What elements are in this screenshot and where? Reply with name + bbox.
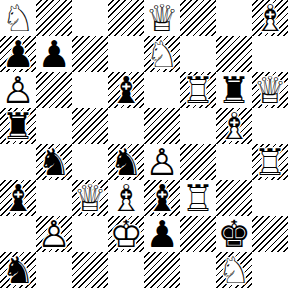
piece-white-bishop[interactable]: ♝♗ bbox=[252, 0, 288, 36]
square-e7[interactable]: ♞♘ bbox=[144, 36, 180, 72]
square-c7[interactable] bbox=[72, 36, 108, 72]
square-g6[interactable]: ♜ bbox=[216, 72, 252, 108]
square-e3[interactable]: ♝ bbox=[144, 180, 180, 216]
piece-black-king[interactable]: ♚ bbox=[216, 216, 252, 252]
white-piece-outline: ♖ bbox=[252, 144, 288, 180]
square-a5[interactable]: ♜ bbox=[0, 108, 36, 144]
square-a8[interactable]: ♞♘ bbox=[0, 0, 36, 36]
piece-white-rook[interactable]: ♜♖ bbox=[180, 180, 216, 216]
square-g2[interactable]: ♚ bbox=[216, 216, 252, 252]
piece-black-pawn[interactable]: ♟ bbox=[144, 216, 180, 252]
white-piece-outline: ♗ bbox=[108, 180, 144, 216]
white-piece-outline: ♔ bbox=[108, 216, 144, 252]
piece-white-knight[interactable]: ♞♘ bbox=[216, 252, 252, 288]
piece-white-queen[interactable]: ♛♕ bbox=[72, 180, 108, 216]
square-d5[interactable] bbox=[108, 108, 144, 144]
square-d3[interactable]: ♝♗ bbox=[108, 180, 144, 216]
piece-white-pawn[interactable]: ♟♙ bbox=[36, 216, 72, 252]
square-c8[interactable] bbox=[72, 0, 108, 36]
square-b4[interactable]: ♞ bbox=[36, 144, 72, 180]
piece-white-pawn[interactable]: ♟♙ bbox=[0, 72, 36, 108]
piece-black-rook[interactable]: ♜ bbox=[0, 108, 36, 144]
square-a4[interactable] bbox=[0, 144, 36, 180]
square-h7[interactable] bbox=[252, 36, 288, 72]
white-piece-outline: ♗ bbox=[216, 108, 252, 144]
square-c1[interactable] bbox=[72, 252, 108, 288]
black-piece-glyph: ♝ bbox=[108, 72, 144, 108]
white-piece-outline: ♙ bbox=[144, 144, 180, 180]
white-piece-outline: ♖ bbox=[180, 72, 216, 108]
square-d2[interactable]: ♚♔ bbox=[108, 216, 144, 252]
square-h4[interactable]: ♜♖ bbox=[252, 144, 288, 180]
square-b7[interactable]: ♟ bbox=[36, 36, 72, 72]
piece-black-knight[interactable]: ♞ bbox=[108, 144, 144, 180]
piece-white-knight[interactable]: ♞♘ bbox=[0, 0, 36, 36]
piece-black-pawn[interactable]: ♟ bbox=[0, 36, 36, 72]
square-b6[interactable] bbox=[36, 72, 72, 108]
white-piece-outline: ♘ bbox=[0, 0, 36, 36]
square-h3[interactable] bbox=[252, 180, 288, 216]
square-a3[interactable]: ♝ bbox=[0, 180, 36, 216]
square-f8[interactable] bbox=[180, 0, 216, 36]
square-c6[interactable] bbox=[72, 72, 108, 108]
square-a6[interactable]: ♟♙ bbox=[0, 72, 36, 108]
square-b8[interactable] bbox=[36, 0, 72, 36]
square-a1[interactable]: ♞ bbox=[0, 252, 36, 288]
white-piece-outline: ♖ bbox=[180, 180, 216, 216]
square-e6[interactable] bbox=[144, 72, 180, 108]
black-piece-glyph: ♜ bbox=[216, 72, 252, 108]
square-b2[interactable]: ♟♙ bbox=[36, 216, 72, 252]
square-e8[interactable]: ♛♕ bbox=[144, 0, 180, 36]
black-piece-glyph: ♞ bbox=[108, 144, 144, 180]
square-g7[interactable] bbox=[216, 36, 252, 72]
square-f5[interactable] bbox=[180, 108, 216, 144]
black-piece-glyph: ♜ bbox=[0, 108, 36, 144]
square-e4[interactable]: ♟♙ bbox=[144, 144, 180, 180]
piece-white-queen[interactable]: ♛♕ bbox=[252, 72, 288, 108]
square-f3[interactable]: ♜♖ bbox=[180, 180, 216, 216]
piece-black-rook[interactable]: ♜ bbox=[216, 72, 252, 108]
white-piece-outline: ♕ bbox=[144, 0, 180, 36]
black-piece-glyph: ♝ bbox=[0, 180, 36, 216]
square-f7[interactable] bbox=[180, 36, 216, 72]
black-piece-glyph: ♞ bbox=[0, 252, 36, 288]
piece-black-knight[interactable]: ♞ bbox=[0, 252, 36, 288]
piece-white-king[interactable]: ♚♔ bbox=[108, 216, 144, 252]
white-piece-outline: ♙ bbox=[0, 72, 36, 108]
square-e5[interactable] bbox=[144, 108, 180, 144]
black-piece-glyph: ♝ bbox=[144, 180, 180, 216]
piece-white-knight[interactable]: ♞♘ bbox=[144, 36, 180, 72]
chess-board: ♞♘♛♕♝♗♟♟♞♘♟♙♝♜♖♜♛♕♜♝♗♞♞♟♙♜♖♝♛♕♝♗♝♜♖♟♙♚♔♟… bbox=[0, 0, 288, 288]
white-piece-outline: ♘ bbox=[216, 252, 252, 288]
piece-white-bishop[interactable]: ♝♗ bbox=[216, 108, 252, 144]
piece-white-pawn[interactable]: ♟♙ bbox=[144, 144, 180, 180]
square-g5[interactable]: ♝♗ bbox=[216, 108, 252, 144]
square-d4[interactable]: ♞ bbox=[108, 144, 144, 180]
square-h2[interactable] bbox=[252, 216, 288, 252]
piece-black-bishop[interactable]: ♝ bbox=[0, 180, 36, 216]
white-piece-outline: ♙ bbox=[36, 216, 72, 252]
square-h1[interactable] bbox=[252, 252, 288, 288]
square-e1[interactable] bbox=[144, 252, 180, 288]
square-g1[interactable]: ♞♘ bbox=[216, 252, 252, 288]
piece-white-queen[interactable]: ♛♕ bbox=[144, 0, 180, 36]
square-d7[interactable] bbox=[108, 36, 144, 72]
square-b5[interactable] bbox=[36, 108, 72, 144]
square-c4[interactable] bbox=[72, 144, 108, 180]
piece-black-bishop[interactable]: ♝ bbox=[144, 180, 180, 216]
black-piece-glyph: ♟ bbox=[0, 36, 36, 72]
piece-black-pawn[interactable]: ♟ bbox=[36, 36, 72, 72]
white-piece-outline: ♕ bbox=[252, 72, 288, 108]
white-piece-outline: ♕ bbox=[72, 180, 108, 216]
square-g4[interactable] bbox=[216, 144, 252, 180]
piece-white-rook[interactable]: ♜♖ bbox=[180, 72, 216, 108]
square-b3[interactable] bbox=[36, 180, 72, 216]
piece-black-bishop[interactable]: ♝ bbox=[108, 72, 144, 108]
square-h6[interactable]: ♛♕ bbox=[252, 72, 288, 108]
square-e2[interactable]: ♟ bbox=[144, 216, 180, 252]
black-piece-glyph: ♞ bbox=[36, 144, 72, 180]
square-b1[interactable] bbox=[36, 252, 72, 288]
square-f4[interactable] bbox=[180, 144, 216, 180]
piece-white-bishop[interactable]: ♝♗ bbox=[108, 180, 144, 216]
square-c3[interactable]: ♛♕ bbox=[72, 180, 108, 216]
piece-white-rook[interactable]: ♜♖ bbox=[252, 144, 288, 180]
square-f6[interactable]: ♜♖ bbox=[180, 72, 216, 108]
square-h5[interactable] bbox=[252, 108, 288, 144]
black-piece-glyph: ♚ bbox=[216, 216, 252, 252]
square-d6[interactable]: ♝ bbox=[108, 72, 144, 108]
square-g3[interactable] bbox=[216, 180, 252, 216]
black-piece-glyph: ♟ bbox=[144, 216, 180, 252]
square-f2[interactable] bbox=[180, 216, 216, 252]
square-f1[interactable] bbox=[180, 252, 216, 288]
square-c2[interactable] bbox=[72, 216, 108, 252]
square-d8[interactable] bbox=[108, 0, 144, 36]
piece-black-knight[interactable]: ♞ bbox=[36, 144, 72, 180]
square-d1[interactable] bbox=[108, 252, 144, 288]
white-piece-outline: ♘ bbox=[144, 36, 180, 72]
white-piece-outline: ♗ bbox=[252, 0, 288, 36]
square-h8[interactable]: ♝♗ bbox=[252, 0, 288, 36]
square-a7[interactable]: ♟ bbox=[0, 36, 36, 72]
square-g8[interactable] bbox=[216, 0, 252, 36]
square-a2[interactable] bbox=[0, 216, 36, 252]
black-piece-glyph: ♟ bbox=[36, 36, 72, 72]
square-c5[interactable] bbox=[72, 108, 108, 144]
